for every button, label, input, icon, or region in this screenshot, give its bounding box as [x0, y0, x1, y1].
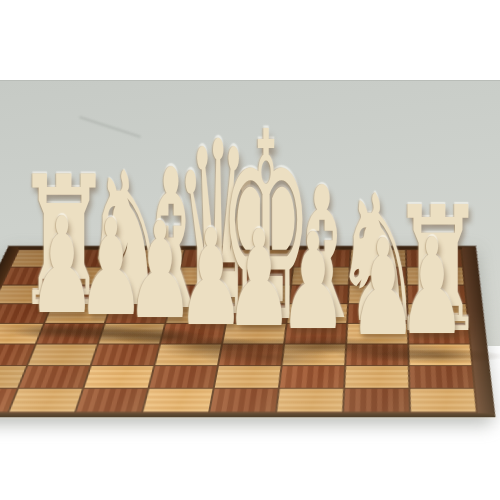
piece-white-pawn-h7[interactable]: ♟	[398, 221, 466, 354]
pieces-layer: ♜♞♝♛♚♝♞♜♟♟♟♟♟♟♟♟	[0, 0, 500, 500]
photo-stage: ♜♞♝♛♚♝♞♜♟♟♟♟♟♟♟♟	[0, 0, 500, 500]
piece-white-pawn-f7[interactable]: ♟	[279, 216, 347, 349]
